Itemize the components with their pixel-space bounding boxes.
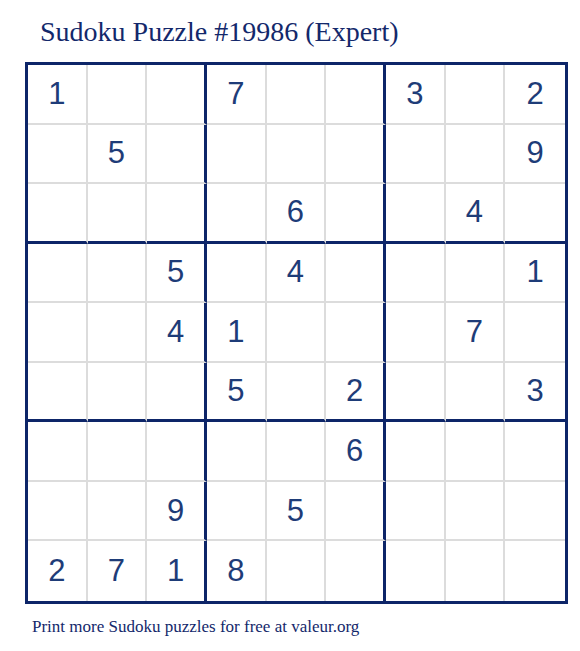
sudoku-cell-r7c6: 6 bbox=[326, 422, 386, 482]
sudoku-cell-r3c1 bbox=[28, 184, 88, 244]
sudoku-cell-r1c1: 1 bbox=[28, 65, 88, 125]
sudoku-cell-r5c3: 4 bbox=[147, 303, 207, 363]
footer-text: Print more Sudoku puzzles for free at va… bbox=[32, 617, 359, 637]
sudoku-cell-r8c8 bbox=[446, 482, 506, 542]
sudoku-cell-r2c5 bbox=[267, 125, 327, 185]
sudoku-cell-r5c1 bbox=[28, 303, 88, 363]
sudoku-cell-r8c9 bbox=[505, 482, 565, 542]
sudoku-cell-r7c4 bbox=[207, 422, 267, 482]
sudoku-cell-r8c2 bbox=[88, 482, 148, 542]
sudoku-cell-r1c7: 3 bbox=[386, 65, 446, 125]
sudoku-cell-r1c4: 7 bbox=[207, 65, 267, 125]
sudoku-cell-r4c1 bbox=[28, 244, 88, 304]
sudoku-cell-r4c6 bbox=[326, 244, 386, 304]
sudoku-cell-r5c4: 1 bbox=[207, 303, 267, 363]
sudoku-cell-r2c7 bbox=[386, 125, 446, 185]
sudoku-cell-r6c6: 2 bbox=[326, 363, 386, 423]
sudoku-cell-r5c9 bbox=[505, 303, 565, 363]
sudoku-cell-r7c5 bbox=[267, 422, 327, 482]
sudoku-cell-r8c3: 9 bbox=[147, 482, 207, 542]
sudoku-cell-r9c9 bbox=[505, 541, 565, 601]
sudoku-cell-r3c3 bbox=[147, 184, 207, 244]
sudoku-cell-r5c6 bbox=[326, 303, 386, 363]
sudoku-cell-r6c8 bbox=[446, 363, 506, 423]
sudoku-cell-r3c4 bbox=[207, 184, 267, 244]
sudoku-cell-r2c3 bbox=[147, 125, 207, 185]
sudoku-cell-r7c8 bbox=[446, 422, 506, 482]
sudoku-cell-r2c2: 5 bbox=[88, 125, 148, 185]
sudoku-cell-r2c1 bbox=[28, 125, 88, 185]
sudoku-cell-r1c2 bbox=[88, 65, 148, 125]
sudoku-cell-r7c9 bbox=[505, 422, 565, 482]
sudoku-cell-r1c6 bbox=[326, 65, 386, 125]
sudoku-cell-r9c7 bbox=[386, 541, 446, 601]
sudoku-cell-r3c8: 4 bbox=[446, 184, 506, 244]
sudoku-cell-r3c5: 6 bbox=[267, 184, 327, 244]
sudoku-cell-r3c6 bbox=[326, 184, 386, 244]
page-title: Sudoku Puzzle #19986 (Expert) bbox=[40, 16, 399, 48]
sudoku-cell-r4c5: 4 bbox=[267, 244, 327, 304]
sudoku-cell-r1c3 bbox=[147, 65, 207, 125]
sudoku-cell-r6c4: 5 bbox=[207, 363, 267, 423]
sudoku-cell-r5c8: 7 bbox=[446, 303, 506, 363]
sudoku-cell-r7c1 bbox=[28, 422, 88, 482]
sudoku-cell-r6c7 bbox=[386, 363, 446, 423]
sudoku-grid: 173259645414175236952718 bbox=[25, 62, 568, 604]
sudoku-cell-r4c7 bbox=[386, 244, 446, 304]
sudoku-cell-r5c5 bbox=[267, 303, 327, 363]
sudoku-cell-r8c5: 5 bbox=[267, 482, 327, 542]
sudoku-cell-r6c9: 3 bbox=[505, 363, 565, 423]
sudoku-cell-r4c9: 1 bbox=[505, 244, 565, 304]
sudoku-cell-r2c9: 9 bbox=[505, 125, 565, 185]
sudoku-cell-r4c8 bbox=[446, 244, 506, 304]
sudoku-cell-r9c6 bbox=[326, 541, 386, 601]
sudoku-cell-r9c8 bbox=[446, 541, 506, 601]
sudoku-cell-r5c2 bbox=[88, 303, 148, 363]
sudoku-cell-r7c3 bbox=[147, 422, 207, 482]
sudoku-cell-r2c8 bbox=[446, 125, 506, 185]
sudoku-cell-r7c2 bbox=[88, 422, 148, 482]
sudoku-cell-r3c2 bbox=[88, 184, 148, 244]
sudoku-cell-r5c7 bbox=[386, 303, 446, 363]
sudoku-cell-r9c3: 1 bbox=[147, 541, 207, 601]
sudoku-cell-r8c7 bbox=[386, 482, 446, 542]
sudoku-cell-r6c5 bbox=[267, 363, 327, 423]
sudoku-cell-r8c1 bbox=[28, 482, 88, 542]
sudoku-cell-r3c7 bbox=[386, 184, 446, 244]
sudoku-cell-r8c4 bbox=[207, 482, 267, 542]
sudoku-cell-r1c5 bbox=[267, 65, 327, 125]
sudoku-cell-r9c2: 7 bbox=[88, 541, 148, 601]
sudoku-cell-r1c8 bbox=[446, 65, 506, 125]
sudoku-cell-r4c3: 5 bbox=[147, 244, 207, 304]
sudoku-cell-r9c5 bbox=[267, 541, 327, 601]
sudoku-cell-r7c7 bbox=[386, 422, 446, 482]
sudoku-cell-r2c4 bbox=[207, 125, 267, 185]
sudoku-cell-r9c4: 8 bbox=[207, 541, 267, 601]
sudoku-cell-r4c4 bbox=[207, 244, 267, 304]
sudoku-cell-r2c6 bbox=[326, 125, 386, 185]
sudoku-page: Sudoku Puzzle #19986 (Expert) 1732596454… bbox=[0, 0, 580, 651]
sudoku-cell-r6c1 bbox=[28, 363, 88, 423]
sudoku-cell-r6c3 bbox=[147, 363, 207, 423]
sudoku-cell-r1c9: 2 bbox=[505, 65, 565, 125]
sudoku-cell-r8c6 bbox=[326, 482, 386, 542]
sudoku-cell-r3c9 bbox=[505, 184, 565, 244]
sudoku-cell-r4c2 bbox=[88, 244, 148, 304]
sudoku-cell-r6c2 bbox=[88, 363, 148, 423]
sudoku-cell-r9c1: 2 bbox=[28, 541, 88, 601]
